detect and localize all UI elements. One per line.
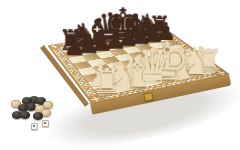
checker-dark[interactable]	[33, 112, 43, 120]
die-blue-pips[interactable]	[31, 123, 38, 130]
white-rook[interactable]: ♜	[81, 60, 132, 94]
square-a1[interactable]: ♜	[93, 86, 115, 96]
die-pip-icon	[33, 125, 35, 127]
die-pip-icon	[44, 122, 46, 124]
black-pawn[interactable]: ♟	[53, 30, 97, 56]
checker-dark[interactable]	[20, 111, 30, 119]
die-red-pips[interactable]	[42, 120, 49, 127]
product-photo-scene: ♜♞♝♛♚♝♞♜♟♟♟♟♟♟♟♟♟♟♟♟♟♟♟♟♜♞♝♛♚♝♞♜	[0, 0, 240, 150]
